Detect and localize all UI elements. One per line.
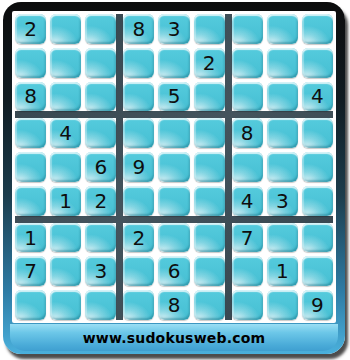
board-frame: 288325446129843173268719 www.sudokusweb.… [3, 2, 345, 354]
box-r3c3: 719 [232, 223, 333, 320]
cell-r2c7[interactable] [232, 48, 263, 78]
cell-r5c1[interactable] [15, 152, 46, 182]
box-r2c1: 4612 [15, 118, 116, 215]
cell-r4c8[interactable] [267, 118, 298, 148]
cell-r8c3[interactable]: 3 [85, 256, 116, 286]
cell-r1c7[interactable] [232, 14, 263, 44]
cell-r2c4[interactable] [123, 48, 154, 78]
digit: 1 [276, 261, 289, 281]
cell-r5c8[interactable] [267, 152, 298, 182]
footer-band: www.sudokusweb.com [10, 324, 338, 351]
cell-r8c4[interactable] [123, 256, 154, 286]
cell-r4c2[interactable]: 4 [50, 118, 81, 148]
cell-r1c1[interactable]: 2 [15, 14, 46, 44]
cell-r5c3[interactable]: 6 [85, 152, 116, 182]
cell-r5c9[interactable] [302, 152, 333, 182]
cell-r1c3[interactable] [85, 14, 116, 44]
digit: 1 [59, 191, 72, 211]
cell-r1c5[interactable]: 3 [158, 14, 189, 44]
cell-r3c7[interactable] [232, 82, 263, 112]
cell-r7c1[interactable]: 1 [15, 223, 46, 253]
digit: 7 [241, 228, 254, 248]
digit: 9 [311, 295, 324, 315]
digit: 8 [133, 19, 146, 39]
box-r3c2: 268 [123, 223, 224, 320]
cell-r2c5[interactable] [158, 48, 189, 78]
cell-r8c7[interactable] [232, 256, 263, 286]
cell-r9c7[interactable] [232, 290, 263, 320]
digit: 2 [203, 53, 216, 73]
cell-r8c8[interactable]: 1 [267, 256, 298, 286]
digit: 8 [24, 86, 37, 106]
box-r1c2: 8325 [123, 14, 224, 111]
cell-r8c6[interactable] [194, 256, 225, 286]
cell-r4c3[interactable] [85, 118, 116, 148]
cell-r5c5[interactable] [158, 152, 189, 182]
grid-panel: 288325446129843173268719 [12, 11, 336, 323]
digit: 4 [59, 123, 72, 143]
digit: 3 [168, 19, 181, 39]
cell-r2c3[interactable] [85, 48, 116, 78]
box-r1c1: 28 [15, 14, 116, 111]
box-r2c2: 9 [123, 118, 224, 215]
digit: 4 [311, 86, 324, 106]
cell-r4c1[interactable] [15, 118, 46, 148]
cell-r3c4[interactable] [123, 82, 154, 112]
sudoku-board: 288325446129843173268719 [15, 14, 333, 320]
cell-r7c5[interactable] [158, 223, 189, 253]
cell-r7c2[interactable] [50, 223, 81, 253]
cell-r6c6[interactable] [194, 186, 225, 216]
cell-r5c6[interactable] [194, 152, 225, 182]
box-r1c3: 4 [232, 14, 333, 111]
digit: 7 [24, 261, 37, 281]
cell-r4c4[interactable] [123, 118, 154, 148]
cell-r4c7[interactable]: 8 [232, 118, 263, 148]
cell-r6c3[interactable]: 2 [85, 186, 116, 216]
digit: 2 [24, 19, 37, 39]
cell-r5c2[interactable] [50, 152, 81, 182]
cell-r3c5[interactable]: 5 [158, 82, 189, 112]
cell-r6c2[interactable]: 1 [50, 186, 81, 216]
cell-r5c7[interactable] [232, 152, 263, 182]
cell-r3c2[interactable] [50, 82, 81, 112]
digit: 8 [168, 295, 181, 315]
digit: 3 [276, 191, 289, 211]
cell-r9c3[interactable] [85, 290, 116, 320]
box-r3c1: 173 [15, 223, 116, 320]
cell-r6c9[interactable] [302, 186, 333, 216]
cell-r4c6[interactable] [194, 118, 225, 148]
digit: 5 [168, 86, 181, 106]
cell-r7c9[interactable] [302, 223, 333, 253]
cell-r9c9[interactable]: 9 [302, 290, 333, 320]
cell-r9c2[interactable] [50, 290, 81, 320]
cell-r8c9[interactable] [302, 256, 333, 286]
digit: 1 [24, 228, 37, 248]
cell-r6c1[interactable] [15, 186, 46, 216]
cell-r9c4[interactable] [123, 290, 154, 320]
digit: 2 [133, 228, 146, 248]
cell-r7c4[interactable]: 2 [123, 223, 154, 253]
cell-r1c2[interactable] [50, 14, 81, 44]
site-url[interactable]: www.sudokusweb.com [83, 330, 266, 346]
cell-r1c6[interactable] [194, 14, 225, 44]
cell-r1c8[interactable] [267, 14, 298, 44]
cell-r7c8[interactable] [267, 223, 298, 253]
cell-r8c5[interactable]: 6 [158, 256, 189, 286]
cell-r9c8[interactable] [267, 290, 298, 320]
box-r2c3: 843 [232, 118, 333, 215]
cell-r2c9[interactable] [302, 48, 333, 78]
cell-r6c5[interactable] [158, 186, 189, 216]
digit: 8 [241, 123, 254, 143]
cell-r8c1[interactable]: 7 [15, 256, 46, 286]
cell-r7c7[interactable]: 7 [232, 223, 263, 253]
cell-r7c3[interactable] [85, 223, 116, 253]
cell-r6c4[interactable] [123, 186, 154, 216]
cell-r2c8[interactable] [267, 48, 298, 78]
cell-r2c2[interactable] [50, 48, 81, 78]
cell-r9c6[interactable] [194, 290, 225, 320]
cell-r3c6[interactable] [194, 82, 225, 112]
cell-r3c3[interactable] [85, 82, 116, 112]
cell-r6c8[interactable]: 3 [267, 186, 298, 216]
cell-r6c7[interactable]: 4 [232, 186, 263, 216]
cell-r1c9[interactable] [302, 14, 333, 44]
cell-r2c6[interactable]: 2 [194, 48, 225, 78]
cell-r9c5[interactable]: 8 [158, 290, 189, 320]
cell-r1c4[interactable]: 8 [123, 14, 154, 44]
digit: 4 [241, 191, 254, 211]
digit: 2 [94, 191, 107, 211]
cell-r8c2[interactable] [50, 256, 81, 286]
cell-r4c9[interactable] [302, 118, 333, 148]
cell-r7c6[interactable] [194, 223, 225, 253]
digit: 6 [94, 157, 107, 177]
cell-r2c1[interactable] [15, 48, 46, 78]
cell-r5c4[interactable]: 9 [123, 152, 154, 182]
digit: 6 [168, 261, 181, 281]
cell-r3c9[interactable]: 4 [302, 82, 333, 112]
digit: 3 [94, 261, 107, 281]
cell-r3c1[interactable]: 8 [15, 82, 46, 112]
cell-r3c8[interactable] [267, 82, 298, 112]
digit: 9 [133, 157, 146, 177]
cell-r4c5[interactable] [158, 118, 189, 148]
cell-r9c1[interactable] [15, 290, 46, 320]
